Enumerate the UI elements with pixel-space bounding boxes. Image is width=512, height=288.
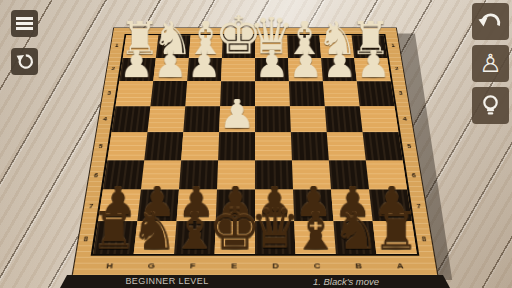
square-e4[interactable]: ♟ xyxy=(219,106,255,132)
square-c3[interactable] xyxy=(289,81,325,106)
square-d5[interactable] xyxy=(255,132,292,160)
rotate-board-button[interactable] xyxy=(11,48,38,75)
white-pawn-c2[interactable]: ♟ xyxy=(288,50,323,79)
square-c2[interactable]: ♟ xyxy=(288,58,323,82)
black-rook-a8[interactable]: ♜ xyxy=(373,211,420,251)
status-bar: BEGINNER LEVEL 1. Black's move xyxy=(60,275,450,288)
chess-board: ♜♞♝♚♛♝♞♜♟♟♟♟♟♟♟♟♟♟♟♟♟♟♟♟♜♞♝♚♛♝♞♜ 1234567… xyxy=(71,27,438,276)
white-pawn-d2[interactable]: ♟ xyxy=(255,50,290,79)
black-king-e8[interactable]: ♚ xyxy=(208,206,261,251)
square-a3[interactable] xyxy=(357,81,395,106)
square-d3[interactable] xyxy=(255,81,290,106)
square-h5[interactable] xyxy=(107,132,147,160)
white-pawn-f2[interactable]: ♟ xyxy=(187,50,222,79)
file-label-f: F xyxy=(172,259,214,273)
lightbulb-icon xyxy=(477,92,504,119)
square-h2[interactable]: ♟ xyxy=(119,58,156,82)
menu-button[interactable] xyxy=(11,10,38,37)
pawn-icon: ♙ xyxy=(479,51,501,76)
square-b8[interactable]: ♞ xyxy=(333,221,376,254)
file-label-h: H xyxy=(88,259,131,273)
white-pawn-a2[interactable]: ♟ xyxy=(356,50,391,79)
white-pawn-g2[interactable]: ♟ xyxy=(153,50,188,79)
square-g5[interactable] xyxy=(144,132,183,160)
square-h3[interactable] xyxy=(116,81,154,106)
pieces-button[interactable]: ♙ xyxy=(472,45,509,82)
white-pawn-e4[interactable]: ♟ xyxy=(219,99,256,130)
file-label-g: G xyxy=(130,259,173,273)
square-f5[interactable] xyxy=(181,132,219,160)
hamburger-menu-icon xyxy=(15,14,34,33)
board-3d-wrapper: ♜♞♝♚♛♝♞♜♟♟♟♟♟♟♟♟♟♟♟♟♟♟♟♟♜♞♝♚♛♝♞♜ 1234567… xyxy=(95,0,415,288)
square-e8[interactable]: ♚ xyxy=(215,221,255,254)
square-e5[interactable] xyxy=(218,132,255,160)
square-a2[interactable]: ♟ xyxy=(354,58,391,82)
file-label-d: D xyxy=(255,259,297,273)
square-e2[interactable] xyxy=(221,58,255,82)
chess-app-screen: ♜♞♝♚♛♝♞♜♟♟♟♟♟♟♟♟♟♟♟♟♟♟♟♟♜♞♝♚♛♝♞♜ 1234567… xyxy=(0,0,512,288)
turn-indicator: 1. Black's move xyxy=(276,276,416,287)
undo-arrow-icon xyxy=(477,8,504,35)
undo-button[interactable] xyxy=(472,3,509,40)
square-c5[interactable] xyxy=(291,132,329,160)
white-pawn-h2[interactable]: ♟ xyxy=(119,50,154,79)
file-label-a: A xyxy=(379,259,422,273)
square-g4[interactable] xyxy=(147,106,185,132)
square-g3[interactable] xyxy=(150,81,187,106)
hint-button[interactable] xyxy=(472,87,509,124)
square-a8[interactable]: ♜ xyxy=(373,221,417,254)
square-f3[interactable] xyxy=(185,81,221,106)
level-label: BEGINNER LEVEL xyxy=(97,276,237,286)
square-f2[interactable]: ♟ xyxy=(187,58,222,82)
rotate-arrow-icon xyxy=(14,51,35,72)
white-pawn-b2[interactable]: ♟ xyxy=(322,50,357,79)
square-b2[interactable]: ♟ xyxy=(321,58,357,82)
file-label-c: C xyxy=(296,259,338,273)
square-h4[interactable] xyxy=(112,106,151,132)
file-label-b: B xyxy=(337,259,380,273)
file-label-e: E xyxy=(213,259,255,273)
square-b4[interactable] xyxy=(325,106,363,132)
square-d4[interactable] xyxy=(255,106,291,132)
square-g2[interactable]: ♟ xyxy=(153,58,189,82)
square-f4[interactable] xyxy=(183,106,220,132)
square-b5[interactable] xyxy=(327,132,366,160)
square-b3[interactable] xyxy=(323,81,360,106)
square-d2[interactable]: ♟ xyxy=(255,58,289,82)
file-labels-bottom: HGFEDCBA xyxy=(88,259,422,273)
square-a5[interactable] xyxy=(363,132,403,160)
square-a4[interactable] xyxy=(360,106,399,132)
square-c4[interactable] xyxy=(290,106,327,132)
board-grid: ♜♞♝♚♛♝♞♜♟♟♟♟♟♟♟♟♟♟♟♟♟♟♟♟♜♞♝♚♛♝♞♜ xyxy=(91,34,420,256)
